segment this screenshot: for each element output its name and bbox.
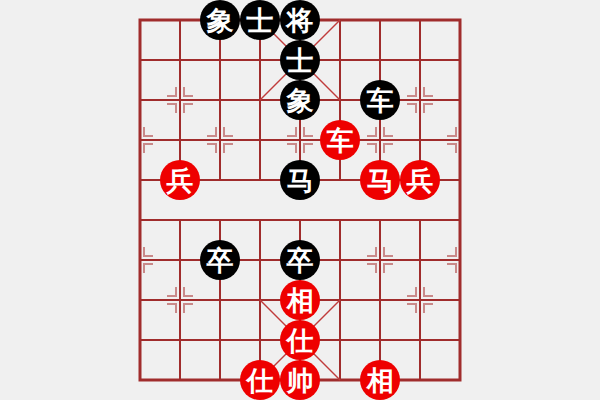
black-horse-piece[interactable]: 马 bbox=[280, 160, 320, 200]
black-elephant-piece[interactable]: 象 bbox=[280, 80, 320, 120]
xiangqi-app: 象士将士象车车兵马马兵卒卒相仕仕帅相 bbox=[0, 0, 600, 400]
red-advisor-piece[interactable]: 仕 bbox=[280, 320, 320, 360]
red-soldier-piece[interactable]: 兵 bbox=[400, 160, 440, 200]
black-soldier-piece[interactable]: 卒 bbox=[200, 240, 240, 280]
red-chariot-piece[interactable]: 车 bbox=[320, 120, 360, 160]
red-elephant-piece[interactable]: 相 bbox=[280, 280, 320, 320]
red-soldier-piece[interactable]: 兵 bbox=[160, 160, 200, 200]
black-advisor-piece[interactable]: 士 bbox=[280, 40, 320, 80]
black-general-piece[interactable]: 将 bbox=[280, 0, 320, 40]
red-elephant-piece[interactable]: 相 bbox=[360, 360, 400, 400]
black-soldier-piece[interactable]: 卒 bbox=[280, 240, 320, 280]
red-horse-piece[interactable]: 马 bbox=[360, 160, 400, 200]
red-general-piece[interactable]: 帅 bbox=[280, 360, 320, 400]
black-elephant-piece[interactable]: 象 bbox=[200, 0, 240, 40]
red-advisor-piece[interactable]: 仕 bbox=[240, 360, 280, 400]
black-chariot-piece[interactable]: 车 bbox=[360, 80, 400, 120]
black-advisor-piece[interactable]: 士 bbox=[240, 0, 280, 40]
